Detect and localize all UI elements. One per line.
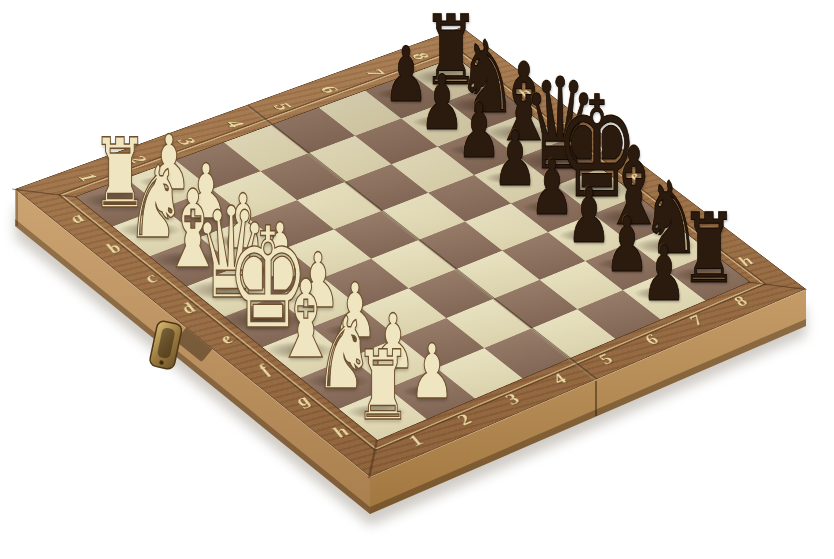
rank-label-left-4: 4 xyxy=(223,118,248,130)
rank-label-left-6: 6 xyxy=(317,83,342,95)
black-rook-h8[interactable]: ♜ xyxy=(680,201,737,297)
file-label-bottom-b: b xyxy=(102,240,126,255)
white-pawn-h2[interactable]: ♟ xyxy=(409,335,454,411)
rank-label-right-5: 5 xyxy=(594,351,617,366)
rank-label-right-4: 4 xyxy=(548,371,572,386)
rank-label-left-5: 5 xyxy=(270,100,295,112)
file-label-bottom-a: a xyxy=(65,211,89,226)
rank-label-right-3: 3 xyxy=(500,391,524,407)
chess-set-photo: 1122334455667788aabbccddeeffgghh ♜♞♝♛♚♝♞… xyxy=(0,0,834,559)
file-label-bottom-f: f xyxy=(253,362,274,376)
rank-label-right-7: 7 xyxy=(685,313,708,328)
file-label-bottom-h: h xyxy=(328,424,353,440)
white-rook-h1[interactable]: ♜ xyxy=(354,338,411,434)
rank-label-right-2: 2 xyxy=(452,412,476,428)
black-pawn-h7[interactable]: ♟ xyxy=(642,237,687,313)
file-label-bottom-c: c xyxy=(139,271,162,286)
rank-label-right-6: 6 xyxy=(640,332,663,347)
file-label-bottom-g: g xyxy=(290,393,314,409)
